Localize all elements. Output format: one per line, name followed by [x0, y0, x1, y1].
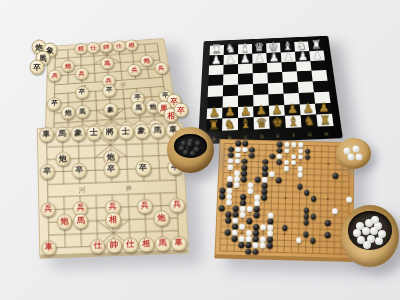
bowl-stone-white[interactable]: [353, 145, 360, 152]
chess-square[interactable]: [281, 61, 296, 72]
go-stone-white[interactable]: [268, 213, 274, 219]
xiangqi-black-piece[interactable]: 將: [102, 125, 118, 141]
go-stone-black[interactable]: [253, 224, 259, 230]
chess-square[interactable]: [313, 81, 329, 92]
go-stone-black[interactable]: [277, 159, 283, 165]
captured-xiangqi-piece[interactable]: 卒: [30, 60, 45, 75]
xiangqi-black-piece[interactable]: 卒: [39, 164, 55, 180]
chess-square[interactable]: ♟: [209, 55, 224, 66]
xiangqi-black-piece[interactable]: 馬: [75, 104, 90, 119]
xiangqi-red-piece[interactable]: 兵: [169, 197, 185, 213]
chess-square[interactable]: [223, 64, 238, 75]
xiangqi-black-piece[interactable]: 炮: [55, 151, 71, 167]
go-stone-black[interactable]: [268, 219, 274, 225]
xiangqi-red-piece[interactable]: 相: [138, 236, 154, 252]
chess-square[interactable]: [253, 83, 268, 94]
go-stone-black[interactable]: [249, 147, 255, 153]
chess-square[interactable]: [267, 72, 282, 83]
go-stone-black[interactable]: [219, 187, 225, 193]
go-stone-black[interactable]: [304, 190, 310, 196]
go-stone-black[interactable]: [232, 236, 238, 242]
go-stone-white[interactable]: [227, 164, 233, 170]
chess-square[interactable]: [223, 85, 238, 96]
go-stone-white[interactable]: [260, 225, 266, 231]
go-stone-black[interactable]: [232, 212, 238, 218]
go-bowl-lid-white-stones[interactable]: [336, 138, 371, 169]
chess-file-label: G: [308, 133, 312, 138]
go-stone-black[interactable]: [255, 177, 261, 183]
bowl-stone-white[interactable]: [375, 237, 383, 245]
xiangqi-black-piece[interactable]: 卒: [135, 161, 151, 177]
go-stone-black[interactable]: [232, 224, 238, 230]
go-stone-black[interactable]: [252, 249, 258, 255]
go-stone-white[interactable]: [298, 142, 304, 148]
go-stone-black[interactable]: [277, 148, 283, 154]
go-stone-black[interactable]: [303, 214, 309, 220]
chess-square[interactable]: ♟: [281, 52, 296, 62]
go-stone-black[interactable]: [245, 249, 251, 255]
xiangqi-black-piece[interactable]: 士: [118, 124, 134, 140]
xiangqi-red-piece[interactable]: 兵: [137, 198, 153, 214]
chess-square[interactable]: [253, 73, 268, 84]
go-stone-black[interactable]: [241, 176, 247, 182]
go-stone-black[interactable]: [267, 237, 273, 243]
xiangqi-red-piece[interactable]: 兵: [72, 201, 88, 217]
chess-file-label: E: [277, 134, 280, 139]
chess-brass-piece[interactable]: ♚: [269, 115, 285, 128]
chess-square[interactable]: [310, 60, 326, 71]
go-stone-white[interactable]: [232, 218, 238, 224]
go-stone-black[interactable]: [238, 242, 244, 248]
chess-square[interactable]: ♟: [309, 50, 325, 60]
go-stone-white[interactable]: [269, 171, 275, 177]
captured-xiangqi-piece[interactable]: 卒: [174, 103, 189, 118]
go-stone-black[interactable]: [262, 171, 268, 177]
go-stone-white[interactable]: [284, 148, 290, 154]
chess-square[interactable]: [283, 82, 299, 93]
go-stone-white[interactable]: [234, 170, 240, 176]
xiangqi-black-piece[interactable]: 卒: [47, 96, 61, 110]
chess-square[interactable]: ♟: [238, 53, 252, 63]
bowl-stone-black[interactable]: [186, 141, 193, 148]
chess-white-piece[interactable]: ♟: [310, 49, 325, 61]
chess-square[interactable]: ♚: [269, 116, 285, 129]
chess-white-piece[interactable]: ♟: [266, 51, 281, 63]
go-stone-white[interactable]: [268, 225, 274, 231]
chess-board-frame: ♜♞♝♛♚♝♞♜♟♟♟♟♟♟♟♟♟♟♟♟♟♟♟♟♜♞♝♛♚♝♞♜ ABCDEFG…: [198, 36, 343, 145]
chess-square[interactable]: [298, 81, 314, 92]
go-stone-white[interactable]: [226, 194, 232, 200]
go-stone-white[interactable]: [291, 154, 297, 160]
go-stone-white[interactable]: [284, 142, 290, 148]
xiangqi-red-piece[interactable]: 馬: [154, 236, 170, 252]
go-stone-black[interactable]: [332, 173, 338, 179]
go-stone-black[interactable]: [254, 212, 260, 218]
river-label-right: 界: [120, 80, 128, 89]
chess-square[interactable]: [268, 83, 284, 94]
go-stone-white[interactable]: [239, 236, 245, 242]
xiangqi-red-piece[interactable]: 兵: [105, 199, 121, 215]
go-stone-black[interactable]: [282, 225, 288, 231]
go-stone-black[interactable]: [240, 200, 246, 206]
chess-square[interactable]: [238, 84, 253, 95]
xiangqi-red-piece[interactable]: 炮: [153, 210, 169, 226]
go-stone-white[interactable]: [297, 166, 303, 172]
go-stone-black[interactable]: [228, 146, 234, 152]
go-board-surface[interactable]: [214, 139, 354, 262]
xiangqi-red-piece[interactable]: 兵: [40, 202, 56, 218]
go-stone-white[interactable]: [262, 177, 268, 183]
river-label-right: 界: [125, 183, 133, 193]
chess-file-label: D: [260, 135, 264, 140]
bowl-stone-white[interactable]: [362, 227, 370, 235]
chess-white-piece[interactable]: ♟: [209, 53, 224, 65]
xiangqi-red-piece[interactable]: 仕: [122, 237, 138, 253]
chess-square[interactable]: [267, 62, 282, 73]
go-stone-white[interactable]: [248, 188, 254, 194]
river-label-left: 河: [79, 184, 87, 194]
chess-square[interactable]: ♟: [295, 51, 310, 61]
go-stone-white[interactable]: [253, 243, 259, 249]
go-stone-black[interactable]: [305, 148, 311, 154]
xiangqi-grid-lines: [38, 124, 188, 255]
go-bowl-white-stones[interactable]: [341, 205, 399, 267]
chess-file-label: A: [212, 137, 215, 142]
chess-board[interactable]: ♜♞♝♛♚♝♞♜♟♟♟♟♟♟♟♟♟♟♟♟♟♟♟♟♜♞♝♛♚♝♞♜ ABCDEFG…: [198, 36, 343, 145]
go-stone-black[interactable]: [253, 230, 259, 236]
xiangqi-black-piece[interactable]: 卒: [130, 91, 146, 105]
xiangqi-black-piece[interactable]: 炮: [61, 105, 76, 120]
bowl-stone-white[interactable]: [356, 154, 363, 161]
go-stone-black[interactable]: [263, 159, 269, 165]
go-stone-black[interactable]: [262, 165, 268, 171]
go-stone-black[interactable]: [276, 177, 282, 183]
xiangqi-red-piece[interactable]: 馬: [73, 213, 89, 229]
go-stone-white[interactable]: [332, 208, 338, 214]
go-stone-black[interactable]: [324, 232, 330, 238]
go-stone-black[interactable]: [249, 153, 255, 159]
chess-brass-piece[interactable]: ♞: [301, 114, 317, 127]
chess-white-piece[interactable]: ♟: [238, 52, 253, 64]
go-stone-black[interactable]: [253, 237, 259, 243]
go-stone-white[interactable]: [291, 142, 297, 148]
go-stone-black[interactable]: [227, 182, 233, 188]
go-stone-white[interactable]: [254, 200, 260, 206]
go-stone-white[interactable]: [235, 152, 241, 158]
xiangqi-board-bottom[interactable]: 河 界 車馬象士將士象馬車炮炮卒卒卒卒卒兵兵兵兵兵炮馬相炮車仕帥仕相馬車: [37, 123, 189, 259]
bowl-stone-white[interactable]: [363, 241, 371, 249]
xiangqi-black-piece[interactable]: 象: [134, 124, 150, 140]
chess-brass-piece[interactable]: ♝: [237, 117, 253, 130]
go-stone-white[interactable]: [260, 243, 266, 249]
xiangqi-black-piece[interactable]: 馬: [131, 100, 147, 115]
go-stone-white[interactable]: [240, 212, 246, 218]
xiangqi-board-bottom-surface[interactable]: 河 界 車馬象士將士象馬車炮炮卒卒卒卒卒兵兵兵兵兵炮馬相炮車仕帥仕相馬車: [37, 123, 189, 259]
go-stone-white[interactable]: [240, 206, 246, 212]
go-stone-black[interactable]: [246, 218, 252, 224]
chess-brass-piece[interactable]: ♛: [253, 116, 269, 129]
go-stone-white[interactable]: [267, 231, 273, 237]
chess-square[interactable]: ♟: [252, 53, 267, 63]
chess-squares-grid[interactable]: ♜♞♝♛♚♝♞♜♟♟♟♟♟♟♟♟♟♟♟♟♟♟♟♟♜♞♝♛♚♝♞♜: [206, 41, 333, 132]
go-stone-white[interactable]: [234, 182, 240, 188]
go-stone-black[interactable]: [225, 218, 231, 224]
go-stone-white[interactable]: [297, 172, 303, 178]
go-stone-black[interactable]: [262, 183, 268, 189]
chess-square[interactable]: [208, 85, 223, 97]
go-stone-white[interactable]: [235, 147, 241, 153]
xiangqi-red-piece[interactable]: 帥: [106, 238, 122, 254]
go-stone-white[interactable]: [232, 230, 238, 236]
xiangqi-black-piece[interactable]: 卒: [71, 163, 87, 179]
chess-file-label: F: [292, 133, 295, 138]
xiangqi-black-piece[interactable]: 卒: [103, 162, 119, 178]
xiangqi-black-piece[interactable]: 卒: [102, 83, 117, 97]
xiangqi-red-piece[interactable]: 炮: [57, 214, 73, 230]
go-stone-black[interactable]: [219, 193, 225, 199]
go-stone-white[interactable]: [260, 237, 266, 243]
bowl-opening: [174, 134, 208, 158]
go-stone-black[interactable]: [228, 152, 234, 158]
go-stone-black[interactable]: [246, 242, 252, 248]
bowl-stone-white[interactable]: [371, 216, 379, 224]
bowl-stone-white[interactable]: [348, 153, 355, 160]
go-stone-black[interactable]: [225, 212, 231, 218]
xiangqi-black-piece[interactable]: 象: [103, 102, 118, 117]
go-stone-black[interactable]: [242, 159, 248, 165]
go-stone-black[interactable]: [303, 220, 309, 226]
chess-square[interactable]: ♞: [222, 118, 238, 131]
chess-square[interactable]: [297, 71, 313, 82]
go-stone-black[interactable]: [225, 230, 231, 236]
go-stone-black[interactable]: [242, 141, 248, 147]
xiangqi-black-piece[interactable]: 車: [39, 127, 55, 143]
go-stone-white[interactable]: [296, 238, 302, 244]
go-bowl-black-stones[interactable]: [167, 127, 214, 173]
chess-white-piece[interactable]: ♟: [252, 51, 267, 63]
go-stone-black[interactable]: [267, 243, 273, 249]
go-stone-white[interactable]: [227, 176, 233, 182]
chess-file-label: H: [324, 132, 328, 137]
go-stone-white[interactable]: [234, 176, 240, 182]
go-stone-black[interactable]: [241, 170, 247, 176]
go-stone-white[interactable]: [235, 158, 241, 164]
go-stone-black[interactable]: [311, 196, 317, 202]
chess-square[interactable]: [282, 72, 298, 83]
go-stone-white[interactable]: [291, 160, 297, 166]
go-stone-white[interactable]: [226, 200, 232, 206]
bowl-opening: [348, 211, 392, 249]
chess-brass-piece[interactable]: ♜: [317, 113, 333, 126]
go-stone-black[interactable]: [233, 206, 239, 212]
go-stone-black[interactable]: [241, 164, 247, 170]
go-stone-white[interactable]: [298, 148, 304, 154]
chess-square[interactable]: ♟: [267, 52, 282, 62]
go-stone-white[interactable]: [242, 147, 248, 153]
chess-white-piece[interactable]: ♟: [223, 52, 238, 64]
go-stone-black[interactable]: [240, 194, 246, 200]
xiangqi-red-piece[interactable]: 相: [105, 212, 121, 228]
chess-square[interactable]: ♝: [238, 117, 254, 130]
go-stone-white[interactable]: [246, 230, 252, 236]
go-stone-black[interactable]: [310, 238, 316, 244]
chess-brass-piece[interactable]: ♝: [285, 115, 301, 128]
chess-square[interactable]: [311, 70, 327, 81]
go-stone-white[interactable]: [254, 194, 260, 200]
go-stone-black[interactable]: [297, 184, 303, 190]
chess-white-piece[interactable]: ♟: [281, 50, 296, 62]
go-board[interactable]: [214, 139, 354, 262]
bowl-stone-black[interactable]: [190, 150, 197, 157]
go-stone-white[interactable]: [346, 197, 352, 203]
go-stone-white[interactable]: [246, 236, 252, 242]
chess-brass-piece[interactable]: ♞: [222, 117, 238, 130]
go-stone-black[interactable]: [310, 214, 316, 220]
go-stone-black[interactable]: [324, 220, 330, 226]
go-stone-black[interactable]: [303, 208, 309, 214]
chess-square[interactable]: [223, 74, 238, 85]
go-stone-black[interactable]: [261, 195, 267, 201]
go-stone-black[interactable]: [277, 142, 283, 148]
chess-square[interactable]: [238, 63, 253, 74]
go-stone-black[interactable]: [235, 141, 241, 147]
go-stone-black[interactable]: [254, 206, 260, 212]
chess-square[interactable]: [296, 61, 312, 72]
xiangqi-black-piece[interactable]: 馬: [55, 127, 71, 143]
go-stone-white[interactable]: [247, 206, 253, 212]
chess-square[interactable]: [238, 73, 253, 84]
go-stone-white[interactable]: [298, 154, 304, 160]
go-stone-black[interactable]: [262, 189, 268, 195]
chess-square[interactable]: [208, 75, 223, 86]
xiangqi-black-piece[interactable]: 士: [86, 125, 102, 141]
go-stone-black[interactable]: [305, 154, 311, 160]
xiangqi-black-piece[interactable]: 馬: [150, 123, 166, 139]
go-stone-white[interactable]: [277, 154, 283, 160]
go-stone-white[interactable]: [226, 188, 232, 194]
go-stone-black[interactable]: [303, 232, 309, 238]
xiangqi-black-piece[interactable]: 卒: [75, 85, 89, 99]
xiangqi-red-piece[interactable]: 車: [41, 240, 57, 256]
chess-square[interactable]: [253, 63, 268, 74]
chess-brass-piece[interactable]: ♜: [206, 118, 222, 131]
xiangqi-black-piece[interactable]: 象: [70, 126, 86, 142]
go-stone-white[interactable]: [239, 224, 245, 230]
go-stone-white[interactable]: [228, 158, 234, 164]
chess-square[interactable]: [209, 65, 224, 76]
chess-square[interactable]: ♞: [301, 115, 318, 128]
chess-square[interactable]: ♜: [316, 114, 333, 127]
go-stone-white[interactable]: [248, 182, 254, 188]
chess-square[interactable]: ♟: [224, 54, 238, 64]
xiangqi-red-piece[interactable]: 仕: [90, 238, 106, 254]
chess-white-piece[interactable]: ♟: [295, 49, 310, 61]
go-stone-black[interactable]: [219, 205, 225, 211]
chess-square[interactable]: ♜: [206, 119, 222, 132]
chess-square[interactable]: ♛: [254, 117, 270, 130]
go-stone-black[interactable]: [270, 153, 276, 159]
go-stone-white[interactable]: [284, 160, 290, 166]
chess-square[interactable]: ♝: [285, 115, 302, 128]
xiangqi-red-piece[interactable]: 車: [171, 235, 187, 251]
go-stone-white[interactable]: [283, 165, 289, 171]
